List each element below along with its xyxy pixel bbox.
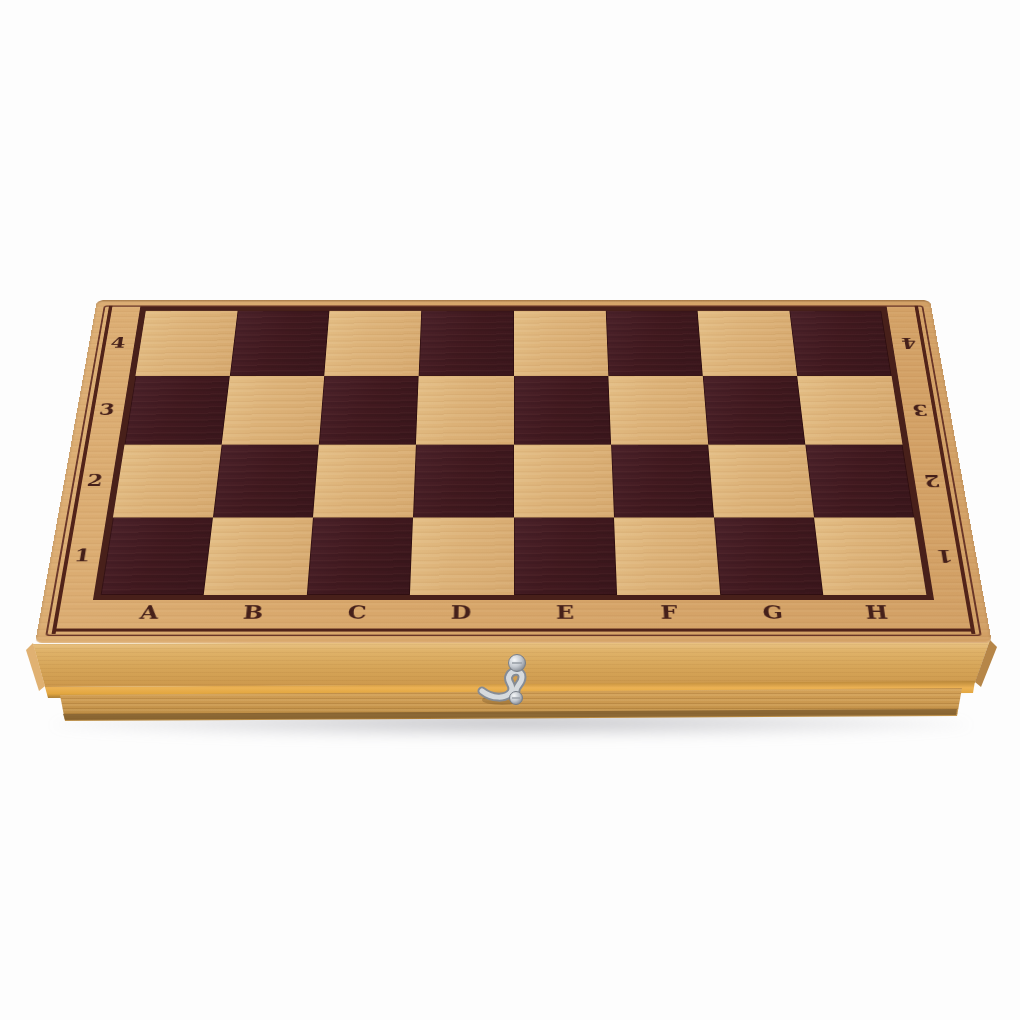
- file-label-h: H: [856, 601, 899, 625]
- square-e3[interactable]: [514, 376, 611, 445]
- square-d3[interactable]: [416, 376, 513, 445]
- square-a2[interactable]: [113, 445, 222, 518]
- photo-backdrop: { "scene": { "description": "Closed fold…: [0, 0, 1020, 1020]
- square-f1[interactable]: [614, 517, 720, 594]
- square-b3[interactable]: [222, 376, 325, 445]
- file-label-a: A: [128, 601, 171, 625]
- square-c3[interactable]: [319, 376, 419, 445]
- square-d4[interactable]: [419, 311, 514, 376]
- rank-label-left-2: 2: [75, 470, 116, 492]
- square-a3[interactable]: [125, 376, 230, 445]
- square-g2[interactable]: [708, 445, 814, 518]
- file-label-c: C: [337, 601, 378, 625]
- square-b4[interactable]: [230, 311, 330, 376]
- rank-label-left-3: 3: [87, 400, 127, 420]
- rank-label-right-1: 1: [923, 544, 966, 567]
- board-grid: [101, 311, 927, 595]
- square-e1[interactable]: [514, 517, 617, 594]
- square-g1[interactable]: [714, 517, 823, 594]
- square-f2[interactable]: [611, 445, 714, 518]
- file-label-g: G: [752, 601, 794, 625]
- square-c1[interactable]: [307, 517, 413, 594]
- square-a1[interactable]: [101, 517, 213, 594]
- square-f3[interactable]: [608, 376, 708, 445]
- rank-label-right-4: 4: [889, 333, 928, 352]
- square-f4[interactable]: [605, 311, 702, 376]
- square-b1[interactable]: [204, 517, 313, 594]
- square-h2[interactable]: [805, 445, 914, 518]
- pinstripe-thick-bottom: [52, 629, 975, 632]
- square-h3[interactable]: [797, 376, 902, 445]
- square-d2[interactable]: [413, 445, 513, 518]
- square-e2[interactable]: [514, 445, 614, 518]
- rank-label-left-1: 1: [61, 544, 104, 567]
- file-label-d: D: [441, 601, 481, 625]
- file-label-b: B: [233, 601, 275, 625]
- square-a4[interactable]: [135, 311, 237, 376]
- square-d1[interactable]: [410, 517, 513, 594]
- square-h4[interactable]: [789, 311, 891, 376]
- rank-label-right-3: 3: [900, 400, 940, 420]
- square-c2[interactable]: [313, 445, 416, 518]
- s-hook-clasp: [472, 650, 556, 714]
- square-g4[interactable]: [697, 311, 797, 376]
- square-g3[interactable]: [703, 376, 806, 445]
- chess-box-lid-board: ABCDEFGH 44332211: [35, 300, 992, 643]
- square-c4[interactable]: [324, 311, 421, 376]
- square-e4[interactable]: [514, 311, 609, 376]
- rank-label-right-2: 2: [911, 470, 952, 492]
- rank-label-left-4: 4: [99, 333, 138, 352]
- square-h1[interactable]: [814, 517, 926, 594]
- square-b2[interactable]: [213, 445, 319, 518]
- playing-area-frame: [93, 307, 934, 600]
- file-label-f: F: [649, 601, 690, 625]
- file-label-e: E: [546, 601, 586, 625]
